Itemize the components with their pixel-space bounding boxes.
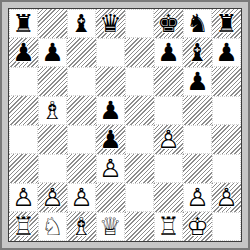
piece-white-pawn[interactable]: ♟♙ bbox=[67, 183, 96, 212]
square-d5[interactable]: ♟ bbox=[96, 96, 125, 125]
white-rook-outline-icon: ♖ bbox=[9, 212, 38, 241]
square-e3[interactable] bbox=[125, 154, 154, 183]
black-knight-icon: ♞ bbox=[183, 9, 212, 38]
square-c6[interactable] bbox=[67, 67, 96, 96]
piece-black-pawn[interactable]: ♟ bbox=[212, 38, 241, 67]
white-pawn-icon: ♟ bbox=[9, 183, 38, 212]
square-a1[interactable]: ♜♖ bbox=[9, 212, 38, 241]
white-bishop-outline-icon: ♗ bbox=[38, 96, 67, 125]
piece-black-pawn[interactable]: ♟ bbox=[183, 67, 212, 96]
black-rook-icon: ♜ bbox=[9, 9, 38, 38]
white-pawn-outline-icon: ♙ bbox=[67, 183, 96, 212]
piece-white-pawn[interactable]: ♟♙ bbox=[9, 183, 38, 212]
white-rook-icon: ♜ bbox=[9, 212, 38, 241]
piece-white-rook[interactable]: ♜♖ bbox=[9, 212, 38, 241]
square-c1[interactable]: ♝♗ bbox=[67, 212, 96, 241]
piece-black-rook[interactable]: ♜ bbox=[212, 9, 241, 38]
square-b7[interactable]: ♟ bbox=[38, 38, 67, 67]
square-h8[interactable]: ♜ bbox=[212, 9, 241, 38]
square-f5[interactable] bbox=[154, 96, 183, 125]
square-g7[interactable]: ♝ bbox=[183, 38, 212, 67]
square-e2[interactable] bbox=[125, 183, 154, 212]
square-f8[interactable]: ♚ bbox=[154, 9, 183, 38]
square-d6[interactable] bbox=[96, 67, 125, 96]
piece-white-pawn[interactable]: ♟♙ bbox=[38, 183, 67, 212]
piece-black-pawn[interactable]: ♟ bbox=[9, 38, 38, 67]
white-queen-icon: ♛ bbox=[96, 212, 125, 241]
square-h6[interactable] bbox=[212, 67, 241, 96]
square-h3[interactable] bbox=[212, 154, 241, 183]
white-pawn-outline-icon: ♙ bbox=[9, 183, 38, 212]
piece-white-bishop[interactable]: ♝♗ bbox=[67, 212, 96, 241]
square-a7[interactable]: ♟ bbox=[9, 38, 38, 67]
square-d2[interactable] bbox=[96, 183, 125, 212]
square-c2[interactable]: ♟♙ bbox=[67, 183, 96, 212]
square-e1[interactable] bbox=[125, 212, 154, 241]
square-a8[interactable]: ♜ bbox=[9, 9, 38, 38]
square-h1[interactable] bbox=[212, 212, 241, 241]
piece-black-pawn[interactable]: ♟ bbox=[96, 96, 125, 125]
square-c7[interactable] bbox=[67, 38, 96, 67]
white-pawn-outline-icon: ♙ bbox=[38, 183, 67, 212]
square-g5[interactable] bbox=[183, 96, 212, 125]
piece-black-pawn[interactable]: ♟ bbox=[96, 125, 125, 154]
piece-black-king[interactable]: ♚ bbox=[154, 9, 183, 38]
square-c4[interactable] bbox=[67, 125, 96, 154]
square-g4[interactable] bbox=[183, 125, 212, 154]
white-king-outline-icon: ♔ bbox=[183, 212, 212, 241]
white-pawn-icon: ♟ bbox=[67, 183, 96, 212]
board-border: ♜♝♛♚♞♜♟♟♟♝♟♟♝♗♟♟♟♙♟♙♟♙♟♙♟♙♟♙♟♙♜♖♞♘♝♗♛♕♜♖… bbox=[8, 8, 242, 242]
square-g6[interactable]: ♟ bbox=[183, 67, 212, 96]
square-c5[interactable] bbox=[67, 96, 96, 125]
white-queen-outline-icon: ♕ bbox=[96, 212, 125, 241]
piece-black-rook[interactable]: ♜ bbox=[9, 9, 38, 38]
square-a3[interactable] bbox=[9, 154, 38, 183]
square-b3[interactable] bbox=[38, 154, 67, 183]
square-d7[interactable] bbox=[96, 38, 125, 67]
piece-black-knight[interactable]: ♞ bbox=[183, 9, 212, 38]
square-a6[interactable] bbox=[9, 67, 38, 96]
black-pawn-icon: ♟ bbox=[96, 96, 125, 125]
board-frame: ♜♝♛♚♞♜♟♟♟♝♟♟♝♗♟♟♟♙♟♙♟♙♟♙♟♙♟♙♟♙♜♖♞♘♝♗♛♕♜♖… bbox=[0, 0, 250, 250]
square-f3[interactable] bbox=[154, 154, 183, 183]
square-f6[interactable] bbox=[154, 67, 183, 96]
square-h4[interactable] bbox=[212, 125, 241, 154]
black-pawn-icon: ♟ bbox=[38, 38, 67, 67]
piece-white-bishop[interactable]: ♝♗ bbox=[38, 96, 67, 125]
black-pawn-icon: ♟ bbox=[9, 38, 38, 67]
white-bishop-icon: ♝ bbox=[67, 212, 96, 241]
square-a5[interactable] bbox=[9, 96, 38, 125]
square-d4[interactable]: ♟ bbox=[96, 125, 125, 154]
square-a2[interactable]: ♟♙ bbox=[9, 183, 38, 212]
white-pawn-outline-icon: ♙ bbox=[96, 154, 125, 183]
square-h5[interactable] bbox=[212, 96, 241, 125]
square-c8[interactable]: ♝ bbox=[67, 9, 96, 38]
square-b5[interactable]: ♝♗ bbox=[38, 96, 67, 125]
black-pawn-icon: ♟ bbox=[212, 38, 241, 67]
piece-black-queen[interactable]: ♛ bbox=[96, 9, 125, 38]
square-f1[interactable]: ♜♖ bbox=[154, 212, 183, 241]
white-pawn-icon: ♟ bbox=[154, 125, 183, 154]
piece-white-knight[interactable]: ♞♘ bbox=[38, 212, 67, 241]
square-g1[interactable]: ♚♔ bbox=[183, 212, 212, 241]
square-b1[interactable]: ♞♘ bbox=[38, 212, 67, 241]
square-h7[interactable]: ♟ bbox=[212, 38, 241, 67]
black-queen-icon: ♛ bbox=[96, 9, 125, 38]
square-d1[interactable]: ♛♕ bbox=[96, 212, 125, 241]
white-knight-icon: ♞ bbox=[38, 212, 67, 241]
black-king-icon: ♚ bbox=[154, 9, 183, 38]
white-pawn-icon: ♟ bbox=[212, 183, 241, 212]
piece-white-pawn[interactable]: ♟♙ bbox=[183, 183, 212, 212]
piece-white-rook[interactable]: ♜♖ bbox=[154, 212, 183, 241]
square-c3[interactable] bbox=[67, 154, 96, 183]
white-pawn-outline-icon: ♙ bbox=[183, 183, 212, 212]
white-knight-outline-icon: ♘ bbox=[38, 212, 67, 241]
black-bishop-icon: ♝ bbox=[67, 9, 96, 38]
piece-white-queen[interactable]: ♛♕ bbox=[96, 212, 125, 241]
square-e5[interactable] bbox=[125, 96, 154, 125]
white-bishop-icon: ♝ bbox=[38, 96, 67, 125]
piece-black-bishop[interactable]: ♝ bbox=[67, 9, 96, 38]
piece-white-pawn[interactable]: ♟♙ bbox=[212, 183, 241, 212]
black-pawn-icon: ♟ bbox=[183, 67, 212, 96]
square-b2[interactable]: ♟♙ bbox=[38, 183, 67, 212]
square-b8[interactable] bbox=[38, 9, 67, 38]
white-pawn-outline-icon: ♙ bbox=[154, 125, 183, 154]
black-rook-icon: ♜ bbox=[212, 9, 241, 38]
white-pawn-icon: ♟ bbox=[183, 183, 212, 212]
white-rook-icon: ♜ bbox=[154, 212, 183, 241]
square-a4[interactable] bbox=[9, 125, 38, 154]
piece-black-pawn[interactable]: ♟ bbox=[154, 38, 183, 67]
square-d3[interactable]: ♟♙ bbox=[96, 154, 125, 183]
square-g8[interactable]: ♞ bbox=[183, 9, 212, 38]
white-pawn-icon: ♟ bbox=[38, 183, 67, 212]
white-pawn-outline-icon: ♙ bbox=[212, 183, 241, 212]
chess-board: ♜♝♛♚♞♜♟♟♟♝♟♟♝♗♟♟♟♙♟♙♟♙♟♙♟♙♟♙♟♙♜♖♞♘♝♗♛♕♜♖… bbox=[9, 9, 241, 241]
black-pawn-icon: ♟ bbox=[154, 38, 183, 67]
square-e7[interactable] bbox=[125, 38, 154, 67]
square-h2[interactable]: ♟♙ bbox=[212, 183, 241, 212]
piece-white-pawn[interactable]: ♟♙ bbox=[154, 125, 183, 154]
square-g2[interactable]: ♟♙ bbox=[183, 183, 212, 212]
square-b6[interactable] bbox=[38, 67, 67, 96]
white-king-icon: ♚ bbox=[183, 212, 212, 241]
square-e8[interactable] bbox=[125, 9, 154, 38]
square-g3[interactable] bbox=[183, 154, 212, 183]
black-bishop-icon: ♝ bbox=[183, 38, 212, 67]
square-b4[interactable] bbox=[38, 125, 67, 154]
white-rook-outline-icon: ♖ bbox=[154, 212, 183, 241]
black-pawn-icon: ♟ bbox=[96, 125, 125, 154]
piece-white-pawn[interactable]: ♟♙ bbox=[96, 154, 125, 183]
square-f7[interactable]: ♟ bbox=[154, 38, 183, 67]
square-d8[interactable]: ♛ bbox=[96, 9, 125, 38]
piece-white-king[interactable]: ♚♔ bbox=[183, 212, 212, 241]
white-bishop-outline-icon: ♗ bbox=[67, 212, 96, 241]
piece-black-bishop[interactable]: ♝ bbox=[183, 38, 212, 67]
white-pawn-icon: ♟ bbox=[96, 154, 125, 183]
square-e4[interactable] bbox=[125, 125, 154, 154]
square-e6[interactable] bbox=[125, 67, 154, 96]
square-f4[interactable]: ♟♙ bbox=[154, 125, 183, 154]
square-f2[interactable] bbox=[154, 183, 183, 212]
piece-black-pawn[interactable]: ♟ bbox=[38, 38, 67, 67]
